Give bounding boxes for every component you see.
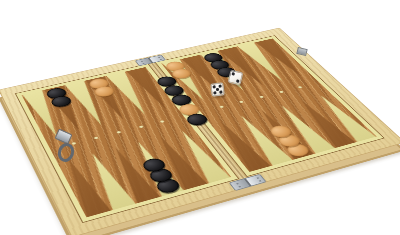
die[interactable] [210, 82, 224, 96]
clasp-latch-icon [56, 131, 74, 162]
clasp-ring [55, 141, 76, 164]
backgammon-set-photo [0, 0, 400, 235]
die-pip [236, 79, 240, 83]
clasp-plate [54, 128, 72, 144]
die-pip [219, 90, 222, 93]
